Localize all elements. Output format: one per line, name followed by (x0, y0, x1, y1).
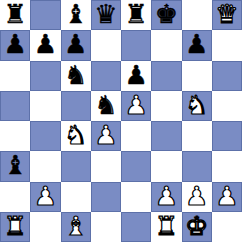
square-a1[interactable]: ♜ (0, 212, 30, 242)
square-a8[interactable]: ♜ (0, 0, 30, 30)
square-g8[interactable] (182, 0, 212, 30)
white-king[interactable]: ♚ (185, 212, 208, 241)
white-knight[interactable]: ♞ (64, 121, 87, 150)
square-g1[interactable]: ♚ (182, 212, 212, 242)
square-h4[interactable] (212, 121, 242, 151)
square-f7[interactable] (151, 30, 181, 60)
square-d3[interactable] (91, 151, 121, 181)
black-queen[interactable]: ♛ (94, 0, 117, 29)
white-pawn[interactable]: ♟ (215, 182, 238, 211)
square-e1[interactable] (121, 212, 151, 242)
square-c1[interactable]: ♝ (61, 212, 91, 242)
square-c8[interactable]: ♝ (61, 0, 91, 30)
square-f3[interactable] (151, 151, 181, 181)
square-c6[interactable]: ♞ (61, 61, 91, 91)
square-f5[interactable] (151, 91, 181, 121)
black-pawn[interactable]: ♟ (34, 30, 57, 59)
white-bishop[interactable]: ♝ (64, 212, 87, 241)
square-a7[interactable]: ♟ (0, 30, 30, 60)
square-b3[interactable] (30, 151, 60, 181)
square-g7[interactable]: ♟ (182, 30, 212, 60)
square-g4[interactable] (182, 121, 212, 151)
square-f2[interactable]: ♟ (151, 182, 181, 212)
square-c3[interactable] (61, 151, 91, 181)
black-rook[interactable]: ♜ (3, 0, 26, 29)
black-knight[interactable]: ♞ (94, 91, 117, 120)
square-g6[interactable] (182, 61, 212, 91)
black-bishop[interactable]: ♝ (3, 151, 26, 180)
black-king[interactable]: ♚ (155, 0, 178, 29)
square-b7[interactable]: ♟ (30, 30, 60, 60)
square-g3[interactable] (182, 151, 212, 181)
square-a6[interactable] (0, 61, 30, 91)
white-pawn[interactable]: ♟ (185, 182, 208, 211)
square-c2[interactable] (61, 182, 91, 212)
square-d2[interactable] (91, 182, 121, 212)
square-c4[interactable]: ♞ (61, 121, 91, 151)
square-h6[interactable] (212, 61, 242, 91)
white-knight[interactable]: ♞ (185, 91, 208, 120)
square-d4[interactable]: ♟ (91, 121, 121, 151)
square-h7[interactable] (212, 30, 242, 60)
black-pawn[interactable]: ♟ (64, 30, 87, 59)
square-b4[interactable] (30, 121, 60, 151)
square-f4[interactable] (151, 121, 181, 151)
square-d7[interactable] (91, 30, 121, 60)
square-b8[interactable] (30, 0, 60, 30)
black-knight[interactable]: ♞ (64, 61, 87, 90)
chess-board: ♜♝♛♜♚♛♟♟♟♟♞♟♞♟♞♞♟♝♟♟♟♟♜♝♜♚ (0, 0, 242, 242)
square-g2[interactable]: ♟ (182, 182, 212, 212)
square-e6[interactable]: ♟ (121, 61, 151, 91)
white-pawn[interactable]: ♟ (124, 91, 147, 120)
square-h1[interactable] (212, 212, 242, 242)
square-h8[interactable]: ♛ (212, 0, 242, 30)
square-a3[interactable]: ♝ (0, 151, 30, 181)
square-f8[interactable]: ♚ (151, 0, 181, 30)
white-pawn[interactable]: ♟ (155, 182, 178, 211)
square-e3[interactable] (121, 151, 151, 181)
square-c7[interactable]: ♟ (61, 30, 91, 60)
white-pawn[interactable]: ♟ (94, 121, 117, 150)
square-d1[interactable] (91, 212, 121, 242)
black-bishop[interactable]: ♝ (64, 0, 87, 29)
square-e5[interactable]: ♟ (121, 91, 151, 121)
square-h2[interactable]: ♟ (212, 182, 242, 212)
square-d5[interactable]: ♞ (91, 91, 121, 121)
square-h5[interactable] (212, 91, 242, 121)
black-pawn[interactable]: ♟ (3, 30, 26, 59)
square-c5[interactable] (61, 91, 91, 121)
square-a2[interactable] (0, 182, 30, 212)
white-pawn[interactable]: ♟ (34, 182, 57, 211)
square-a4[interactable] (0, 121, 30, 151)
black-pawn[interactable]: ♟ (124, 61, 147, 90)
square-f6[interactable] (151, 61, 181, 91)
square-h3[interactable] (212, 151, 242, 181)
square-b5[interactable] (30, 91, 60, 121)
white-rook[interactable]: ♜ (3, 212, 26, 241)
square-b6[interactable] (30, 61, 60, 91)
black-pawn[interactable]: ♟ (185, 30, 208, 59)
square-b1[interactable] (30, 212, 60, 242)
white-rook[interactable]: ♜ (155, 212, 178, 241)
square-e7[interactable] (121, 30, 151, 60)
square-f1[interactable]: ♜ (151, 212, 181, 242)
white-queen[interactable]: ♛ (215, 0, 238, 29)
square-g5[interactable]: ♞ (182, 91, 212, 121)
square-d6[interactable] (91, 61, 121, 91)
square-e8[interactable]: ♜ (121, 0, 151, 30)
black-rook[interactable]: ♜ (124, 0, 147, 29)
square-e2[interactable] (121, 182, 151, 212)
square-d8[interactable]: ♛ (91, 0, 121, 30)
square-e4[interactable] (121, 121, 151, 151)
square-a5[interactable] (0, 91, 30, 121)
square-b2[interactable]: ♟ (30, 182, 60, 212)
